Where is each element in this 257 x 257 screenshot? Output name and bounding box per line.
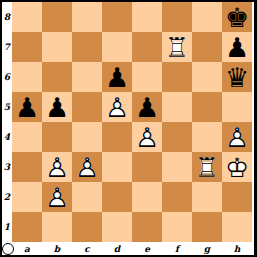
rank-label-8: 8 — [2, 2, 12, 32]
square-c8[interactable] — [72, 2, 102, 32]
white-pawn[interactable]: ♟♙ — [42, 152, 72, 182]
square-b7[interactable] — [42, 32, 72, 62]
square-h5[interactable] — [222, 92, 252, 122]
file-label-a: a — [12, 242, 42, 255]
black-pawn[interactable]: ♟ — [222, 32, 252, 62]
square-d2[interactable] — [102, 182, 132, 212]
white-pawn[interactable]: ♟♙ — [42, 182, 72, 212]
square-d8[interactable] — [102, 2, 132, 32]
square-e8[interactable] — [132, 2, 162, 32]
white-pawn[interactable]: ♟♙ — [132, 122, 162, 152]
square-g7[interactable] — [192, 32, 222, 62]
black-pawn[interactable]: ♟ — [102, 62, 132, 92]
white-pawn[interactable]: ♟♙ — [102, 92, 132, 122]
square-d7[interactable] — [102, 32, 132, 62]
chess-diagram: 87654321 ♚♜♖♟♟♛♟♟♟♙♟♟♙♟♙♟♙♟♙♜♖♚♔♟♙ abcde… — [0, 0, 257, 257]
square-e2[interactable] — [132, 182, 162, 212]
square-d3[interactable] — [102, 152, 132, 182]
rank-label-2: 2 — [2, 182, 12, 212]
square-a1[interactable] — [12, 212, 42, 242]
square-g1[interactable] — [192, 212, 222, 242]
square-a4[interactable] — [12, 122, 42, 152]
rank-label-1: 1 — [2, 212, 12, 242]
square-f5[interactable] — [162, 92, 192, 122]
file-label-f: f — [162, 242, 192, 255]
file-label-d: d — [102, 242, 132, 255]
file-labels: abcdefgh — [12, 242, 252, 255]
square-f7[interactable]: ♜♖ — [162, 32, 192, 62]
square-e6[interactable] — [132, 62, 162, 92]
square-d5[interactable]: ♟♙ — [102, 92, 132, 122]
white-pawn[interactable]: ♟♙ — [222, 122, 252, 152]
file-label-c: c — [72, 242, 102, 255]
rank-label-6: 6 — [2, 62, 12, 92]
white-king[interactable]: ♚♔ — [222, 152, 252, 182]
square-e4[interactable]: ♟♙ — [132, 122, 162, 152]
square-e1[interactable] — [132, 212, 162, 242]
square-h6[interactable]: ♛ — [222, 62, 252, 92]
square-a8[interactable] — [12, 2, 42, 32]
square-b8[interactable] — [42, 2, 72, 32]
square-f1[interactable] — [162, 212, 192, 242]
square-g8[interactable] — [192, 2, 222, 32]
square-h8[interactable]: ♚ — [222, 2, 252, 32]
rank-labels: 87654321 — [2, 2, 12, 242]
white-rook[interactable]: ♜♖ — [192, 152, 222, 182]
square-e3[interactable] — [132, 152, 162, 182]
square-h2[interactable] — [222, 182, 252, 212]
file-label-b: b — [42, 242, 72, 255]
square-a5[interactable]: ♟ — [12, 92, 42, 122]
square-b3[interactable]: ♟♙ — [42, 152, 72, 182]
square-g2[interactable] — [192, 182, 222, 212]
file-label-e: e — [132, 242, 162, 255]
square-b5[interactable]: ♟ — [42, 92, 72, 122]
white-to-move-indicator — [2, 243, 14, 255]
black-pawn[interactable]: ♟ — [42, 92, 72, 122]
white-rook[interactable]: ♜♖ — [162, 32, 192, 62]
square-d1[interactable] — [102, 212, 132, 242]
square-c6[interactable] — [72, 62, 102, 92]
square-f8[interactable] — [162, 2, 192, 32]
square-d4[interactable] — [102, 122, 132, 152]
square-c7[interactable] — [72, 32, 102, 62]
square-f2[interactable] — [162, 182, 192, 212]
square-g5[interactable] — [192, 92, 222, 122]
square-h4[interactable]: ♟♙ — [222, 122, 252, 152]
white-pawn[interactable]: ♟♙ — [72, 152, 102, 182]
square-h1[interactable] — [222, 212, 252, 242]
square-c1[interactable] — [72, 212, 102, 242]
black-queen[interactable]: ♛ — [222, 62, 252, 92]
square-c3[interactable]: ♟♙ — [72, 152, 102, 182]
square-b1[interactable] — [42, 212, 72, 242]
rank-label-4: 4 — [2, 122, 12, 152]
square-a3[interactable] — [12, 152, 42, 182]
square-h3[interactable]: ♚♔ — [222, 152, 252, 182]
square-e5[interactable]: ♟ — [132, 92, 162, 122]
square-h7[interactable]: ♟ — [222, 32, 252, 62]
square-g4[interactable] — [192, 122, 222, 152]
black-pawn[interactable]: ♟ — [132, 92, 162, 122]
black-pawn[interactable]: ♟ — [12, 92, 42, 122]
square-g6[interactable] — [192, 62, 222, 92]
file-label-h: h — [222, 242, 252, 255]
chess-board[interactable]: ♚♜♖♟♟♛♟♟♟♙♟♟♙♟♙♟♙♟♙♜♖♚♔♟♙ — [12, 2, 252, 242]
square-b6[interactable] — [42, 62, 72, 92]
square-f6[interactable] — [162, 62, 192, 92]
square-c2[interactable] — [72, 182, 102, 212]
rank-label-3: 3 — [2, 152, 12, 182]
square-c4[interactable] — [72, 122, 102, 152]
rank-label-7: 7 — [2, 32, 12, 62]
square-a2[interactable] — [12, 182, 42, 212]
square-a6[interactable] — [12, 62, 42, 92]
square-e7[interactable] — [132, 32, 162, 62]
square-f4[interactable] — [162, 122, 192, 152]
file-label-g: g — [192, 242, 222, 255]
diagram-inner: 87654321 ♚♜♖♟♟♛♟♟♟♙♟♟♙♟♙♟♙♟♙♜♖♚♔♟♙ abcde… — [2, 2, 254, 255]
square-b2[interactable]: ♟♙ — [42, 182, 72, 212]
square-a7[interactable] — [12, 32, 42, 62]
rank-label-5: 5 — [2, 92, 12, 122]
square-g3[interactable]: ♜♖ — [192, 152, 222, 182]
square-b4[interactable] — [42, 122, 72, 152]
square-f3[interactable] — [162, 152, 192, 182]
square-d6[interactable]: ♟ — [102, 62, 132, 92]
square-c5[interactable] — [72, 92, 102, 122]
black-king[interactable]: ♚ — [222, 2, 252, 32]
